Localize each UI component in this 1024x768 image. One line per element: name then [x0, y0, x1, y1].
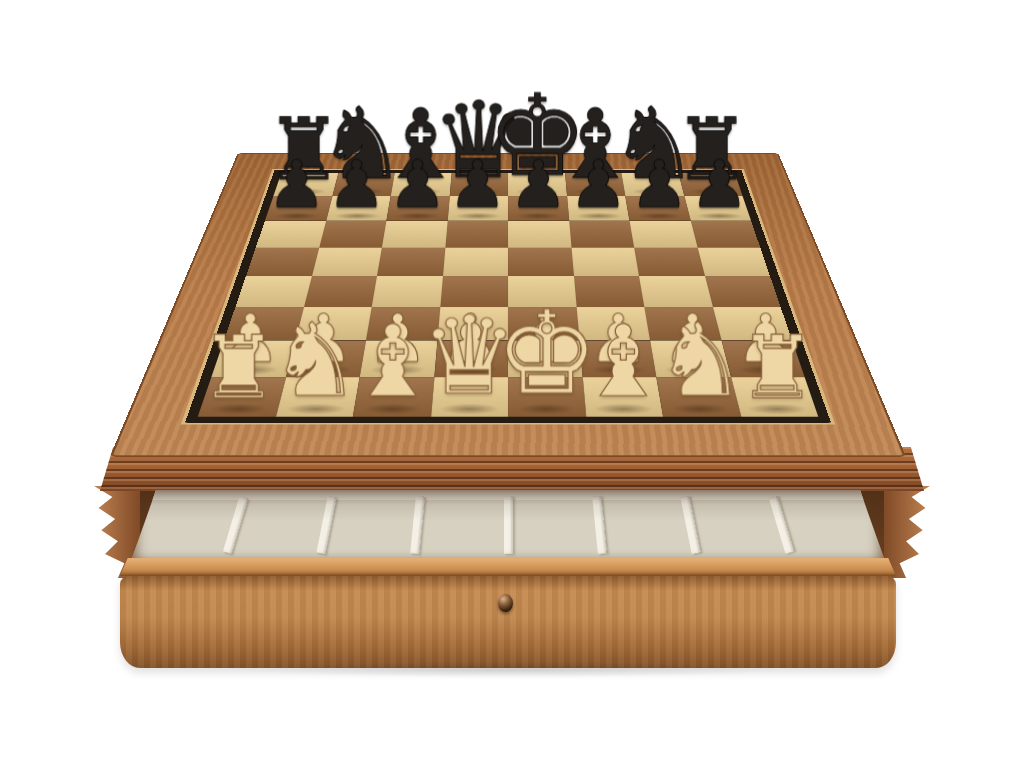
black-pawn[interactable]: ♟ [267, 151, 326, 217]
square-d5 [443, 247, 509, 276]
white-knight[interactable]: ♞ [270, 309, 361, 410]
square-g1: ♞ [656, 377, 740, 417]
square-f5 [571, 247, 639, 276]
square-c7: ♟ [386, 196, 449, 221]
black-pawn[interactable]: ♟ [328, 151, 387, 217]
square-g6 [630, 221, 698, 248]
square-a7: ♟ [265, 196, 332, 221]
square-e5 [508, 247, 574, 276]
square-g7: ♟ [625, 196, 690, 221]
square-h6 [690, 221, 760, 248]
square-d7: ♟ [447, 196, 508, 221]
square-e7: ♟ [508, 196, 569, 221]
square-a5 [246, 247, 319, 276]
square-b6 [319, 221, 387, 248]
square-d6 [445, 221, 508, 248]
square-g5 [634, 247, 704, 276]
board-3d: ♜♞♝♛♚♝♞♜♟♟♟♟♟♟♟♟♟♟♟♟♟♟♟♟♜♞♝♛♚♝♞♜ [186, 0, 830, 598]
square-a6 [256, 221, 326, 248]
square-c6 [382, 221, 447, 248]
black-pawn[interactable]: ♟ [690, 151, 749, 217]
square-h5 [697, 247, 770, 276]
square-e1: ♚ [508, 377, 586, 417]
chess-cabinet-scene: Wooden chess cabinet photographed in thr… [0, 0, 1024, 768]
square-b1: ♞ [275, 377, 359, 417]
square-b5 [312, 247, 382, 276]
square-h7: ♟ [684, 196, 751, 221]
black-pawn[interactable]: ♟ [630, 151, 689, 217]
black-pawn[interactable]: ♟ [569, 151, 628, 217]
square-b7: ♟ [326, 196, 391, 221]
board-pinstripe: ♜♞♝♛♚♝♞♜♟♟♟♟♟♟♟♟♟♟♟♟♟♟♟♟♜♞♝♛♚♝♞♜ [181, 169, 836, 425]
board-trim: ♜♞♝♛♚♝♞♜♟♟♟♟♟♟♟♟♟♟♟♟♟♟♟♟♜♞♝♛♚♝♞♜ [185, 170, 831, 423]
cabinet-shadow [240, 662, 784, 678]
chess-board: ♜♞♝♛♚♝♞♜♟♟♟♟♟♟♟♟♟♟♟♟♟♟♟♟♜♞♝♛♚♝♞♜ [198, 173, 819, 417]
square-f7: ♟ [567, 196, 630, 221]
square-h1: ♜ [730, 377, 818, 417]
white-knight[interactable]: ♞ [655, 309, 746, 410]
black-pawn[interactable]: ♟ [388, 151, 447, 217]
white-rook[interactable]: ♜ [739, 324, 817, 411]
black-pawn[interactable]: ♟ [448, 151, 507, 217]
square-f6 [569, 221, 634, 248]
black-pawn[interactable]: ♟ [509, 151, 568, 217]
square-e6 [508, 221, 571, 248]
square-c5 [377, 247, 445, 276]
board-top: ♜♞♝♛♚♝♞♜♟♟♟♟♟♟♟♟♟♟♟♟♟♟♟♟♜♞♝♛♚♝♞♜ [110, 153, 906, 456]
board-frame: ♜♞♝♛♚♝♞♜♟♟♟♟♟♟♟♟♟♟♟♟♟♟♟♟♜♞♝♛♚♝♞♜ [110, 153, 906, 456]
square-f1: ♝ [582, 377, 663, 417]
white-rook[interactable]: ♜ [199, 324, 277, 411]
